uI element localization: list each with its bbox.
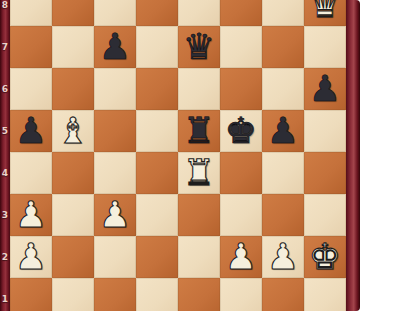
square-a4[interactable]: [10, 152, 52, 194]
square-b1[interactable]: [52, 278, 94, 311]
black-pawn-h6[interactable]: ♟: [304, 68, 346, 110]
square-c2[interactable]: [94, 236, 136, 278]
square-e2[interactable]: [178, 236, 220, 278]
square-c5[interactable]: [94, 110, 136, 152]
square-c6[interactable]: [94, 68, 136, 110]
square-c8[interactable]: [94, 0, 136, 26]
square-d2[interactable]: [136, 236, 178, 278]
board-frame-left: 87654321: [0, 0, 10, 311]
square-d6[interactable]: [136, 68, 178, 110]
black-king-f5[interactable]: ♚: [220, 110, 262, 152]
square-e8[interactable]: [178, 0, 220, 26]
square-d8[interactable]: [136, 0, 178, 26]
square-g6[interactable]: [262, 68, 304, 110]
square-b4[interactable]: [52, 152, 94, 194]
white-king-h2[interactable]: ♚: [304, 236, 346, 278]
black-rook-e5[interactable]: ♜: [178, 110, 220, 152]
black-pawn-c7[interactable]: ♟: [94, 26, 136, 68]
white-pawn-g2[interactable]: ♟: [262, 236, 304, 278]
square-f4[interactable]: [220, 152, 262, 194]
square-d5[interactable]: [136, 110, 178, 152]
square-b6[interactable]: [52, 68, 94, 110]
black-pawn-g5[interactable]: ♟: [262, 110, 304, 152]
rank-label-2: 2: [0, 253, 10, 262]
square-b7[interactable]: [52, 26, 94, 68]
square-a2[interactable]: ♟: [10, 236, 52, 278]
square-g8[interactable]: [262, 0, 304, 26]
square-c3[interactable]: ♟: [94, 194, 136, 236]
rank-label-6: 6: [0, 85, 10, 94]
white-pawn-a2[interactable]: ♟: [10, 236, 52, 278]
square-b5[interactable]: ♝: [52, 110, 94, 152]
white-pawn-f2[interactable]: ♟: [220, 236, 262, 278]
square-h6[interactable]: ♟: [304, 68, 346, 110]
white-pawn-c3[interactable]: ♟: [94, 194, 136, 236]
square-a1[interactable]: [10, 278, 52, 311]
rank-label-5: 5: [0, 127, 10, 136]
rank-label-7: 7: [0, 43, 10, 52]
square-h5[interactable]: [304, 110, 346, 152]
square-g1[interactable]: [262, 278, 304, 311]
square-f6[interactable]: [220, 68, 262, 110]
black-queen-e7[interactable]: ♛: [178, 26, 220, 68]
square-g4[interactable]: [262, 152, 304, 194]
rank-label-4: 4: [0, 169, 10, 178]
black-pawn-a5[interactable]: ♟: [10, 110, 52, 152]
square-c1[interactable]: [94, 278, 136, 311]
square-e5[interactable]: ♜: [178, 110, 220, 152]
square-h8[interactable]: ♛: [304, 0, 346, 26]
chess-board: ♛♟♛♟♟♝♜♚♟♜♟♟♟♟♟♚: [10, 0, 346, 311]
square-f3[interactable]: [220, 194, 262, 236]
square-e6[interactable]: [178, 68, 220, 110]
square-g2[interactable]: ♟: [262, 236, 304, 278]
square-e4[interactable]: ♜: [178, 152, 220, 194]
square-h1[interactable]: [304, 278, 346, 311]
square-a8[interactable]: [10, 0, 52, 26]
square-f7[interactable]: [220, 26, 262, 68]
square-g3[interactable]: [262, 194, 304, 236]
square-a6[interactable]: [10, 68, 52, 110]
white-rook-e4[interactable]: ♜: [178, 152, 220, 194]
square-h3[interactable]: [304, 194, 346, 236]
square-h4[interactable]: [304, 152, 346, 194]
square-h7[interactable]: [304, 26, 346, 68]
square-f8[interactable]: [220, 0, 262, 26]
chess-diagram-screen: ♛♟♛♟♟♝♜♚♟♜♟♟♟♟♟♚ 87654321: [0, 0, 414, 311]
square-d1[interactable]: [136, 278, 178, 311]
square-c4[interactable]: [94, 152, 136, 194]
square-d3[interactable]: [136, 194, 178, 236]
rank-label-1: 1: [0, 295, 10, 304]
square-a7[interactable]: [10, 26, 52, 68]
square-g5[interactable]: ♟: [262, 110, 304, 152]
square-e7[interactable]: ♛: [178, 26, 220, 68]
white-queen-h8[interactable]: ♛: [304, 0, 346, 26]
board-frame-right: [346, 0, 360, 311]
square-f5[interactable]: ♚: [220, 110, 262, 152]
square-e3[interactable]: [178, 194, 220, 236]
rank-label-8: 8: [0, 1, 10, 10]
square-b3[interactable]: [52, 194, 94, 236]
square-g7[interactable]: [262, 26, 304, 68]
square-f2[interactable]: ♟: [220, 236, 262, 278]
square-f1[interactable]: [220, 278, 262, 311]
square-b2[interactable]: [52, 236, 94, 278]
square-c7[interactable]: ♟: [94, 26, 136, 68]
square-a5[interactable]: ♟: [10, 110, 52, 152]
rank-label-3: 3: [0, 211, 10, 220]
square-e1[interactable]: [178, 278, 220, 311]
square-h2[interactable]: ♚: [304, 236, 346, 278]
white-pawn-a3[interactable]: ♟: [10, 194, 52, 236]
white-bishop-b5[interactable]: ♝: [52, 110, 94, 152]
square-d7[interactable]: [136, 26, 178, 68]
square-b8[interactable]: [52, 0, 94, 26]
square-a3[interactable]: ♟: [10, 194, 52, 236]
square-d4[interactable]: [136, 152, 178, 194]
